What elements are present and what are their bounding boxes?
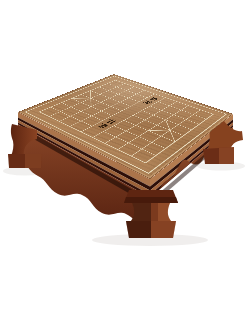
product-photo bbox=[0, 0, 250, 333]
